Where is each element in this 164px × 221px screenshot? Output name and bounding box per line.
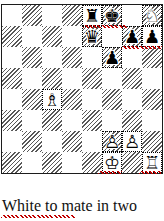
square-h1: ♜♖ [142,152,162,173]
chess-board: ♜♚♞♘♛♟♟♟♝♗♟♙♟♙♚♔♜♖ [1,4,163,174]
white-rook-piece: ♜♖ [142,152,162,173]
square-f8: ♚ [102,5,122,26]
square-b4 [22,89,42,110]
black-rook-piece: ♜ [82,5,102,26]
square-h5 [142,68,162,89]
square-d4 [62,89,82,110]
square-c5 [42,68,62,89]
square-g8 [122,5,142,26]
square-a2 [2,131,22,152]
square-d7 [62,26,82,47]
square-d6 [62,47,82,68]
black-pawn-piece: ♟ [142,26,162,47]
square-d5 [62,68,82,89]
black-king-piece: ♚ [102,5,122,26]
square-e8: ♜ [82,5,102,26]
square-a7 [2,26,22,47]
square-h7: ♟ [142,26,162,47]
square-c6 [42,47,62,68]
square-b7 [22,26,42,47]
square-e2 [82,131,102,152]
square-f5 [102,68,122,89]
square-a8 [2,5,22,26]
white-pawn-piece: ♟♙ [122,131,142,152]
square-h6 [142,47,162,68]
square-g6 [122,47,142,68]
square-b3 [22,110,42,131]
square-f3 [102,110,122,131]
square-f4 [102,89,122,110]
square-h3 [142,110,162,131]
square-e6 [82,47,102,68]
square-e7: ♛ [82,26,102,47]
square-a3 [2,110,22,131]
square-d2 [62,131,82,152]
spellcheck-squiggle [1,215,75,218]
square-a4 [2,89,22,110]
square-e5 [82,68,102,89]
square-g4 [122,89,142,110]
square-f7 [102,26,122,47]
square-b6 [22,47,42,68]
square-g3 [122,110,142,131]
white-bishop-piece: ♝♗ [42,89,62,110]
square-g1 [122,152,142,173]
square-b5 [22,68,42,89]
square-a5 [2,68,22,89]
square-c1 [42,152,62,173]
spellcheck-squiggle [83,25,127,28]
square-f1: ♚♔ [102,152,122,173]
spellcheck-squiggle [139,171,161,174]
square-b1 [22,152,42,173]
square-d3 [62,110,82,131]
white-knight-piece: ♞♘ [142,5,162,26]
square-h4 [142,89,162,110]
square-g2: ♟♙ [122,131,142,152]
white-pawn-piece: ♟♙ [102,131,122,152]
square-b2 [22,131,42,152]
square-c7 [42,26,62,47]
square-a6 [2,47,22,68]
square-c4: ♝♗ [42,89,62,110]
square-e3 [82,110,102,131]
square-h2 [142,131,162,152]
square-d1 [62,152,82,173]
square-d8 [62,5,82,26]
black-queen-piece: ♛ [82,26,102,47]
square-c3 [42,110,62,131]
square-e1 [82,152,102,173]
square-c8 [42,5,62,26]
black-pawn-piece: ♟ [122,26,142,47]
black-pawn-piece: ♟ [102,47,122,68]
square-a1 [2,152,22,173]
square-c2 [42,131,62,152]
puzzle-caption: White to mate in two [2,197,162,215]
square-b8 [22,5,42,26]
white-king-piece: ♚♔ [102,152,122,173]
square-f2: ♟♙ [102,131,122,152]
square-e4 [82,89,102,110]
square-f6: ♟ [102,47,122,68]
square-h8: ♞♘ [142,5,162,26]
square-g7: ♟ [122,26,142,47]
spellcheck-squiggle [121,46,162,49]
document-page: ♜♚♞♘♛♟♟♟♝♗♟♙♟♙♚♔♜♖ White to mate in two [0,0,164,221]
spellcheck-squiggle [98,171,122,174]
square-g5 [122,68,142,89]
